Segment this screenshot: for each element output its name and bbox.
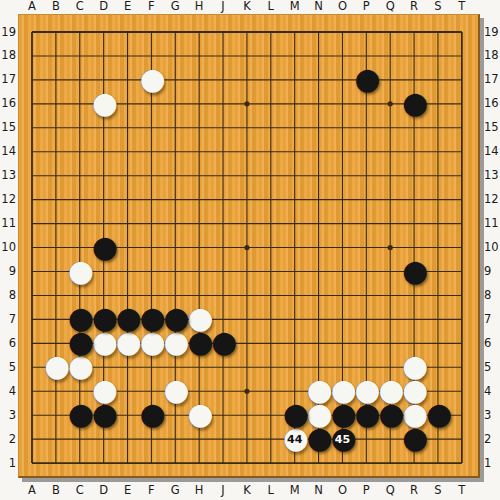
black-stone-J6[interactable]: ● <box>211 331 235 355</box>
black-stone-D10[interactable]: ● <box>92 236 116 260</box>
black-stone-G7[interactable]: ● <box>163 307 187 331</box>
go-board-page: ABCDEFGHJKLMNOPQRST ABCDEFGHJKLMNOPQRST … <box>0 0 500 500</box>
black-stone-D3[interactable]: ● <box>92 403 116 427</box>
black-stone-C6[interactable]: ● <box>68 331 92 355</box>
move-number-45: 45 <box>330 427 354 451</box>
black-stone-N2[interactable]: ● <box>307 427 331 451</box>
stones-layer: ●●●●●●●●●●●●●●●●●●●●●●44●●●●●●●●●●●●●●●●… <box>0 0 500 500</box>
black-stone-R9[interactable]: ● <box>402 260 426 284</box>
black-stone-F7[interactable]: ● <box>139 307 163 331</box>
black-stone-F3[interactable]: ● <box>139 403 163 427</box>
white-stone-B5[interactable]: ● <box>44 355 68 379</box>
black-stone-Q3[interactable]: ● <box>378 403 402 427</box>
white-stone-G4[interactable]: ● <box>163 379 187 403</box>
black-stone-D7[interactable]: ● <box>92 307 116 331</box>
black-stone-P3[interactable]: ● <box>354 403 378 427</box>
black-stone-H6[interactable]: ● <box>187 331 211 355</box>
black-stone-P17[interactable]: ● <box>354 68 378 92</box>
black-stone-R16[interactable]: ● <box>402 92 426 116</box>
black-stone-M3[interactable]: ● <box>283 403 307 427</box>
white-stone-H3[interactable]: ● <box>187 403 211 427</box>
black-stone-O2[interactable]: ●45 <box>330 427 354 451</box>
black-stone-S3[interactable]: ● <box>426 403 450 427</box>
black-stone-E7[interactable]: ● <box>116 307 140 331</box>
white-stone-D16[interactable]: ● <box>92 92 116 116</box>
white-stone-C9[interactable]: ● <box>68 260 92 284</box>
black-stone-C3[interactable]: ● <box>68 403 92 427</box>
black-stone-R2[interactable]: ● <box>402 427 426 451</box>
white-stone-F17[interactable]: ● <box>139 68 163 92</box>
